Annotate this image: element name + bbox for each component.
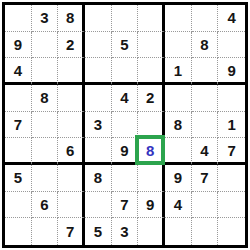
given-digit: 5 xyxy=(94,224,102,239)
cell-r3c7[interactable]: 1 xyxy=(165,58,192,85)
cell-r1c5[interactable] xyxy=(112,5,139,32)
cell-r1c9[interactable]: 4 xyxy=(218,5,245,32)
cell-r8c8[interactable] xyxy=(192,192,219,219)
cell-r9c1[interactable] xyxy=(5,218,32,245)
cell-r8c7[interactable]: 4 xyxy=(165,192,192,219)
cell-r4c1[interactable] xyxy=(5,85,32,112)
cell-r3c5[interactable] xyxy=(112,58,139,85)
cell-r3c8[interactable] xyxy=(192,58,219,85)
cell-r6c9[interactable]: 7 xyxy=(218,138,245,165)
given-digit: 1 xyxy=(174,63,182,78)
cell-r7c6[interactable] xyxy=(138,165,165,192)
cell-r1c7[interactable] xyxy=(165,5,192,32)
cell-r7c5[interactable] xyxy=(112,165,139,192)
given-digit: 9 xyxy=(120,143,128,158)
cell-r7c8[interactable]: 7 xyxy=(192,165,219,192)
cell-r1c4[interactable] xyxy=(85,5,112,32)
cell-r9c4[interactable]: 5 xyxy=(85,218,112,245)
cell-r6c4[interactable] xyxy=(85,138,112,165)
cell-r4c5[interactable]: 4 xyxy=(112,85,139,112)
cell-r9c9[interactable] xyxy=(218,218,245,245)
cell-r8c9[interactable] xyxy=(218,192,245,219)
cell-r2c9[interactable] xyxy=(218,32,245,59)
given-digit: 8 xyxy=(174,117,182,132)
given-digit: 4 xyxy=(200,143,208,158)
cell-r4c9[interactable] xyxy=(218,85,245,112)
given-digit: 4 xyxy=(120,90,128,105)
cell-r2c7[interactable] xyxy=(165,32,192,59)
cell-r5c5[interactable] xyxy=(112,112,139,139)
given-digit: 8 xyxy=(200,37,208,52)
given-digit: 2 xyxy=(146,90,154,105)
cell-r5c6[interactable] xyxy=(138,112,165,139)
cell-r5c1[interactable]: 7 xyxy=(5,112,32,139)
given-digit: 7 xyxy=(66,224,74,239)
given-digit: 7 xyxy=(14,117,22,132)
cell-r1c2[interactable]: 3 xyxy=(32,5,59,32)
cell-r4c6[interactable]: 2 xyxy=(138,85,165,112)
cell-r9c7[interactable] xyxy=(165,218,192,245)
cell-r5c4[interactable]: 3 xyxy=(85,112,112,139)
cell-r4c2[interactable]: 8 xyxy=(32,85,59,112)
given-digit: 3 xyxy=(120,224,128,239)
cell-r7c9[interactable] xyxy=(218,165,245,192)
cell-r1c8[interactable] xyxy=(192,5,219,32)
given-digit: 7 xyxy=(227,143,235,158)
cell-r4c8[interactable] xyxy=(192,85,219,112)
given-digit: 9 xyxy=(146,197,154,212)
cell-r6c5[interactable]: 9 xyxy=(112,138,139,165)
given-digit: 4 xyxy=(227,10,235,25)
given-digit: 3 xyxy=(94,117,102,132)
cell-r6c6[interactable]: 8 xyxy=(138,138,165,165)
cell-r2c1[interactable]: 9 xyxy=(5,32,32,59)
cell-r8c2[interactable]: 6 xyxy=(32,192,59,219)
cell-r3c9[interactable]: 9 xyxy=(218,58,245,85)
cell-r4c4[interactable] xyxy=(85,85,112,112)
cell-r4c7[interactable] xyxy=(165,85,192,112)
cell-r5c2[interactable] xyxy=(32,112,59,139)
given-digit: 6 xyxy=(40,197,48,212)
given-digit: 5 xyxy=(14,170,22,185)
given-digit: 4 xyxy=(174,197,182,212)
cell-r7c7[interactable]: 9 xyxy=(165,165,192,192)
given-digit: 5 xyxy=(120,37,128,52)
given-digit: 6 xyxy=(66,143,74,158)
cell-r3c2[interactable] xyxy=(32,58,59,85)
cell-r9c8[interactable] xyxy=(192,218,219,245)
cell-r3c6[interactable] xyxy=(138,58,165,85)
cell-r9c2[interactable] xyxy=(32,218,59,245)
given-digit: 9 xyxy=(174,170,182,185)
cell-r6c2[interactable] xyxy=(32,138,59,165)
cell-r1c6[interactable] xyxy=(138,5,165,32)
cell-r7c4[interactable]: 8 xyxy=(85,165,112,192)
cell-r6c7[interactable] xyxy=(165,138,192,165)
cell-r1c1[interactable] xyxy=(5,5,32,32)
cell-r6c8[interactable]: 4 xyxy=(192,138,219,165)
cell-r8c5[interactable]: 7 xyxy=(112,192,139,219)
cell-r8c3[interactable] xyxy=(58,192,85,219)
given-digit: 4 xyxy=(14,63,22,78)
given-digit: 7 xyxy=(120,197,128,212)
cell-r2c4[interactable] xyxy=(85,32,112,59)
cell-r2c2[interactable] xyxy=(32,32,59,59)
cell-r5c3[interactable] xyxy=(58,112,85,139)
cell-r5c7[interactable]: 8 xyxy=(165,112,192,139)
sudoku-app: 384925841984273816984758976794753 xyxy=(0,0,250,250)
cell-r7c1[interactable]: 5 xyxy=(5,165,32,192)
cell-r5c9[interactable]: 1 xyxy=(218,112,245,139)
cell-r4c3[interactable] xyxy=(58,85,85,112)
cell-r9c3[interactable]: 7 xyxy=(58,218,85,245)
cell-r8c6[interactable]: 9 xyxy=(138,192,165,219)
sudoku-board: 384925841984273816984758976794753 xyxy=(2,2,248,248)
given-digit: 8 xyxy=(66,10,74,25)
entry-digit: 8 xyxy=(146,143,154,158)
cell-r3c4[interactable] xyxy=(85,58,112,85)
cell-r3c1[interactable]: 4 xyxy=(5,58,32,85)
given-digit: 1 xyxy=(227,117,235,132)
cell-r6c1[interactable] xyxy=(5,138,32,165)
cell-r1c3[interactable]: 8 xyxy=(58,5,85,32)
cell-r3c3[interactable] xyxy=(58,58,85,85)
cell-r8c4[interactable] xyxy=(85,192,112,219)
given-digit: 9 xyxy=(227,63,235,78)
cell-r7c3[interactable] xyxy=(58,165,85,192)
cell-r9c6[interactable] xyxy=(138,218,165,245)
given-digit: 3 xyxy=(40,10,48,25)
cell-r9c5[interactable]: 3 xyxy=(112,218,139,245)
cell-r2c8[interactable]: 8 xyxy=(192,32,219,59)
cell-r8c1[interactable] xyxy=(5,192,32,219)
given-digit: 2 xyxy=(66,37,74,52)
cell-r7c2[interactable] xyxy=(32,165,59,192)
cell-r6c3[interactable]: 6 xyxy=(58,138,85,165)
given-digit: 8 xyxy=(94,170,102,185)
cell-r5c8[interactable] xyxy=(192,112,219,139)
given-digit: 9 xyxy=(14,37,22,52)
given-digit: 8 xyxy=(40,90,48,105)
cell-r2c3[interactable]: 2 xyxy=(58,32,85,59)
cell-r2c6[interactable] xyxy=(138,32,165,59)
cell-r2c5[interactable]: 5 xyxy=(112,32,139,59)
given-digit: 7 xyxy=(200,170,208,185)
